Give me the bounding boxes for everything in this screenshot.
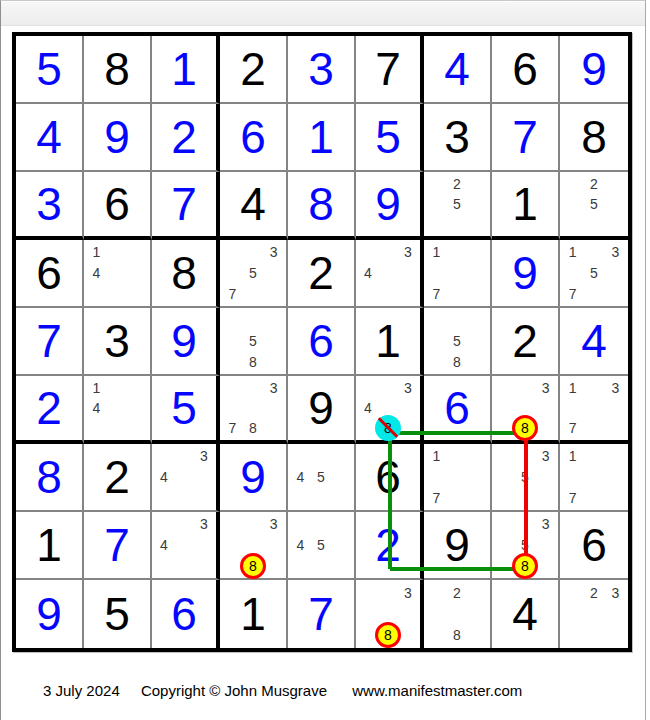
cell-r1c3[interactable]: 1 bbox=[152, 36, 220, 104]
chain-circle-8: 8 bbox=[378, 625, 398, 646]
cell-r3c4[interactable]: 4 bbox=[220, 172, 288, 240]
solved-digit: 9 bbox=[36, 591, 62, 637]
pencil-grid: 17 bbox=[426, 446, 488, 508]
solved-digit: 8 bbox=[36, 454, 62, 500]
cell-r3c6[interactable]: 9 bbox=[356, 172, 424, 240]
pencil-mark-7: 7 bbox=[222, 418, 243, 438]
footer-url: www.manifestmaster.com bbox=[352, 682, 522, 699]
given-digit: 7 bbox=[375, 46, 401, 92]
pencil-mark-8: 8 bbox=[447, 351, 468, 372]
cell-r1c6[interactable]: 7 bbox=[356, 36, 424, 104]
cell-r5c9[interactable]: 4 bbox=[560, 308, 628, 376]
pencil-mark-4: 4 bbox=[290, 535, 311, 556]
pencil-mark-4: 4 bbox=[290, 467, 311, 488]
solved-digit: 7 bbox=[512, 114, 538, 160]
cell-r4c3[interactable]: 8 bbox=[152, 240, 220, 308]
cell-r6c9[interactable]: 137 bbox=[560, 376, 628, 444]
solved-digit: 7 bbox=[308, 591, 334, 637]
pencil-mark-1: 1 bbox=[426, 446, 447, 467]
given-digit: 6 bbox=[104, 181, 130, 227]
given-digit: 5 bbox=[104, 591, 130, 637]
elimination-circle-8: 8 bbox=[378, 418, 398, 438]
pencil-mark-3: 3 bbox=[263, 514, 284, 535]
pencil-mark-3: 3 bbox=[194, 514, 214, 535]
pencil-grid: 28 bbox=[426, 582, 488, 646]
footer-date: 3 July 2024 bbox=[43, 682, 120, 699]
cell-r5c1[interactable]: 7 bbox=[16, 308, 84, 376]
cell-r6c1[interactable]: 2 bbox=[16, 376, 84, 444]
pencil-mark-2: 2 bbox=[583, 582, 604, 603]
pencil-mark-5: 5 bbox=[311, 535, 332, 556]
cell-r9c1[interactable]: 9 bbox=[16, 580, 84, 648]
given-digit: 6 bbox=[512, 46, 538, 92]
given-digit: 1 bbox=[36, 522, 62, 568]
cell-r4c9[interactable]: 1357 bbox=[560, 240, 628, 308]
pencil-grid: 38 bbox=[222, 514, 284, 576]
solved-digit: 4 bbox=[444, 46, 470, 92]
given-digit: 2 bbox=[240, 46, 266, 92]
solved-digit: 6 bbox=[240, 114, 266, 160]
given-digit: 2 bbox=[512, 318, 538, 364]
page-frame: 5812374694926153783674892512561483572341… bbox=[0, 0, 646, 720]
cell-r3c7[interactable]: 25 bbox=[424, 172, 492, 240]
pencil-mark-8: 8 bbox=[243, 351, 264, 372]
pencil-mark-3: 3 bbox=[263, 378, 284, 398]
cell-r6c5[interactable]: 9 bbox=[288, 376, 356, 444]
pencil-grid: 34 bbox=[154, 446, 214, 508]
header-bar bbox=[1, 2, 645, 26]
solved-digit: 3 bbox=[36, 181, 62, 227]
pencil-grid: 17 bbox=[426, 242, 488, 304]
chain-line-red bbox=[524, 433, 528, 569]
cell-r1c1[interactable]: 5 bbox=[16, 36, 84, 104]
cell-r5c7[interactable]: 58 bbox=[424, 308, 492, 376]
solved-digit: 6 bbox=[171, 591, 197, 637]
given-digit: 4 bbox=[240, 181, 266, 227]
pencil-mark-4: 4 bbox=[154, 535, 174, 556]
pencil-mark-1: 1 bbox=[86, 378, 107, 398]
pencil-mark-3: 3 bbox=[535, 378, 556, 398]
pencil-mark-1: 1 bbox=[562, 446, 583, 467]
solved-digit: 5 bbox=[36, 46, 62, 92]
pencil-mark-3: 3 bbox=[263, 242, 284, 263]
solved-digit: 9 bbox=[375, 181, 401, 227]
pencil-mark-1: 1 bbox=[426, 242, 447, 263]
pencil-mark-4: 4 bbox=[358, 263, 378, 284]
cell-r2c5[interactable]: 1 bbox=[288, 104, 356, 172]
cell-r2c8[interactable]: 7 bbox=[492, 104, 560, 172]
sudoku-board: 5812374694926153783674892512561483572341… bbox=[12, 32, 632, 652]
pencil-grid: 45 bbox=[290, 446, 352, 508]
cell-r8c4[interactable]: 38 bbox=[220, 512, 288, 580]
solved-digit: 4 bbox=[36, 114, 62, 160]
given-digit: 2 bbox=[308, 250, 334, 296]
cell-r1c2[interactable]: 8 bbox=[84, 36, 152, 104]
solved-digit: 9 bbox=[240, 454, 266, 500]
pencil-grid: 23 bbox=[562, 582, 626, 646]
cell-r4c1[interactable]: 6 bbox=[16, 240, 84, 308]
cell-r2c4[interactable]: 6 bbox=[220, 104, 288, 172]
pencil-mark-5: 5 bbox=[583, 194, 604, 214]
cell-r9c7[interactable]: 28 bbox=[424, 580, 492, 648]
cell-r2c3[interactable]: 2 bbox=[152, 104, 220, 172]
given-digit: 2 bbox=[104, 454, 130, 500]
footer: 3 July 2024 Copyright © John Musgrave ww… bbox=[43, 682, 522, 699]
chain-circle-8: 8 bbox=[243, 555, 264, 576]
cell-r4c2[interactable]: 14 bbox=[84, 240, 152, 308]
pencil-mark-4: 4 bbox=[86, 398, 107, 418]
pencil-grid: 14 bbox=[86, 242, 148, 304]
pencil-grid: 348 bbox=[358, 378, 418, 438]
pencil-mark-8: 8 bbox=[447, 625, 468, 646]
solved-digit: 2 bbox=[171, 114, 197, 160]
cell-r4c8[interactable]: 9 bbox=[492, 240, 560, 308]
chain-circle-8: 8 bbox=[515, 555, 536, 576]
cell-r9c8[interactable]: 4 bbox=[492, 580, 560, 648]
pencil-grid: 45 bbox=[290, 514, 352, 576]
pencil-grid: 25 bbox=[426, 174, 488, 234]
solved-digit: 3 bbox=[308, 46, 334, 92]
pencil-mark-8: 8 bbox=[243, 418, 264, 438]
solved-digit: 1 bbox=[308, 114, 334, 160]
cell-r3c5[interactable]: 8 bbox=[288, 172, 356, 240]
solved-digit: 4 bbox=[581, 318, 607, 364]
cell-r9c3[interactable]: 6 bbox=[152, 580, 220, 648]
pencil-grid: 25 bbox=[562, 174, 626, 234]
cell-r7c7[interactable]: 17 bbox=[424, 444, 492, 512]
chain-line-green bbox=[388, 433, 392, 569]
given-digit: 3 bbox=[444, 114, 470, 160]
pencil-mark-3: 3 bbox=[535, 514, 556, 535]
pencil-mark-1: 1 bbox=[562, 242, 583, 263]
pencil-mark-3: 3 bbox=[398, 242, 418, 263]
footer-copyright: Copyright © John Musgrave bbox=[141, 682, 327, 699]
solved-digit: 8 bbox=[308, 181, 334, 227]
cell-r7c1[interactable]: 8 bbox=[16, 444, 84, 512]
cell-r7c9[interactable]: 17 bbox=[560, 444, 628, 512]
cell-r5c8[interactable]: 2 bbox=[492, 308, 560, 376]
solved-digit: 2 bbox=[36, 385, 62, 431]
pencil-mark-3: 3 bbox=[605, 242, 626, 263]
given-digit: 8 bbox=[171, 250, 197, 296]
pencil-grid: 58 bbox=[222, 310, 284, 372]
pencil-mark-7: 7 bbox=[222, 283, 243, 304]
cell-r5c5[interactable]: 6 bbox=[288, 308, 356, 376]
pencil-grid: 14 bbox=[86, 378, 148, 438]
solved-digit: 9 bbox=[581, 46, 607, 92]
cell-r6c2[interactable]: 14 bbox=[84, 376, 152, 444]
pencil-grid: 34 bbox=[154, 514, 214, 576]
pencil-mark-2: 2 bbox=[583, 174, 604, 194]
cell-r2c2[interactable]: 9 bbox=[84, 104, 152, 172]
cell-r2c9[interactable]: 8 bbox=[560, 104, 628, 172]
pencil-mark-4: 4 bbox=[358, 398, 378, 418]
cell-r1c4[interactable]: 2 bbox=[220, 36, 288, 104]
cell-r5c6[interactable]: 1 bbox=[356, 308, 424, 376]
solved-digit: 7 bbox=[104, 522, 130, 568]
solved-digit: 6 bbox=[444, 385, 470, 431]
cell-r3c8[interactable]: 1 bbox=[492, 172, 560, 240]
pencil-mark-7: 7 bbox=[562, 283, 583, 304]
given-digit: 1 bbox=[240, 591, 266, 637]
cell-r7c5[interactable]: 45 bbox=[288, 444, 356, 512]
given-digit: 8 bbox=[104, 46, 130, 92]
pencil-grid: 17 bbox=[562, 446, 626, 508]
cell-r3c1[interactable]: 3 bbox=[16, 172, 84, 240]
pencil-mark-4: 4 bbox=[86, 263, 107, 284]
pencil-grid: 38 bbox=[358, 582, 418, 646]
chain-line-green bbox=[390, 431, 526, 435]
cell-r7c2[interactable]: 2 bbox=[84, 444, 152, 512]
cell-r2c1[interactable]: 4 bbox=[16, 104, 84, 172]
given-digit: 1 bbox=[512, 181, 538, 227]
pencil-grid: 1357 bbox=[562, 242, 626, 304]
cell-r3c3[interactable]: 7 bbox=[152, 172, 220, 240]
solved-digit: 9 bbox=[171, 318, 197, 364]
cell-r9c9[interactable]: 23 bbox=[560, 580, 628, 648]
cell-r6c4[interactable]: 378 bbox=[220, 376, 288, 444]
pencil-grid: 38 bbox=[494, 378, 556, 438]
pencil-mark-3: 3 bbox=[535, 446, 556, 467]
cell-r2c6[interactable]: 5 bbox=[356, 104, 424, 172]
given-digit: 9 bbox=[308, 385, 334, 431]
pencil-mark-3: 3 bbox=[605, 378, 626, 398]
solved-digit: 9 bbox=[512, 250, 538, 296]
cell-r8c5[interactable]: 45 bbox=[288, 512, 356, 580]
cell-r9c4[interactable]: 1 bbox=[220, 580, 288, 648]
cell-r7c4[interactable]: 9 bbox=[220, 444, 288, 512]
solved-digit: 5 bbox=[375, 114, 401, 160]
pencil-grid: 378 bbox=[222, 378, 284, 438]
cell-r8c3[interactable]: 34 bbox=[152, 512, 220, 580]
pencil-mark-7: 7 bbox=[426, 487, 447, 508]
cell-r1c9[interactable]: 9 bbox=[560, 36, 628, 104]
pencil-mark-3: 3 bbox=[194, 446, 214, 467]
chain-circle-8: 8 bbox=[515, 418, 536, 438]
solved-digit: 7 bbox=[171, 181, 197, 227]
pencil-mark-5: 5 bbox=[311, 467, 332, 488]
solved-digit: 5 bbox=[171, 385, 197, 431]
pencil-mark-3: 3 bbox=[605, 582, 626, 603]
cell-r5c4[interactable]: 58 bbox=[220, 308, 288, 376]
cell-r1c7[interactable]: 4 bbox=[424, 36, 492, 104]
pencil-grid: 58 bbox=[426, 310, 488, 372]
cell-r1c8[interactable]: 6 bbox=[492, 36, 560, 104]
cell-r9c5[interactable]: 7 bbox=[288, 580, 356, 648]
cell-r4c6[interactable]: 34 bbox=[356, 240, 424, 308]
solved-digit: 7 bbox=[36, 318, 62, 364]
pencil-mark-1: 1 bbox=[562, 378, 583, 398]
pencil-mark-7: 7 bbox=[562, 487, 583, 508]
pencil-mark-3: 3 bbox=[398, 378, 418, 398]
cell-r5c3[interactable]: 9 bbox=[152, 308, 220, 376]
pencil-grid: 357 bbox=[222, 242, 284, 304]
pencil-mark-7: 7 bbox=[426, 283, 447, 304]
cell-r5c2[interactable]: 3 bbox=[84, 308, 152, 376]
pencil-mark-5: 5 bbox=[243, 263, 264, 284]
pencil-mark-4: 4 bbox=[154, 467, 174, 488]
given-digit: 8 bbox=[581, 114, 607, 160]
cell-r2c7[interactable]: 3 bbox=[424, 104, 492, 172]
cell-r7c3[interactable]: 34 bbox=[152, 444, 220, 512]
cell-r4c4[interactable]: 357 bbox=[220, 240, 288, 308]
cell-r8c9[interactable]: 6 bbox=[560, 512, 628, 580]
pencil-mark-5: 5 bbox=[447, 194, 468, 214]
cell-r3c2[interactable]: 6 bbox=[84, 172, 152, 240]
pencil-mark-5: 5 bbox=[243, 331, 264, 352]
cell-r8c2[interactable]: 7 bbox=[84, 512, 152, 580]
cell-r9c2[interactable]: 5 bbox=[84, 580, 152, 648]
cell-r4c5[interactable]: 2 bbox=[288, 240, 356, 308]
pencil-mark-2: 2 bbox=[447, 174, 468, 194]
cell-r9c6[interactable]: 38 bbox=[356, 580, 424, 648]
cell-r3c9[interactable]: 25 bbox=[560, 172, 628, 240]
pencil-grid: 34 bbox=[358, 242, 418, 304]
given-digit: 6 bbox=[36, 250, 62, 296]
cell-r8c1[interactable]: 1 bbox=[16, 512, 84, 580]
given-digit: 1 bbox=[375, 318, 401, 364]
cell-r1c5[interactable]: 3 bbox=[288, 36, 356, 104]
cell-r6c3[interactable]: 5 bbox=[152, 376, 220, 444]
given-digit: 6 bbox=[581, 522, 607, 568]
solved-digit: 1 bbox=[171, 46, 197, 92]
pencil-mark-7: 7 bbox=[562, 418, 583, 438]
cell-r4c7[interactable]: 17 bbox=[424, 240, 492, 308]
pencil-mark-1: 1 bbox=[86, 242, 107, 263]
pencil-mark-3: 3 bbox=[398, 582, 418, 603]
solved-digit: 9 bbox=[104, 114, 130, 160]
given-digit: 3 bbox=[104, 318, 130, 364]
chain-line-green bbox=[390, 567, 526, 571]
pencil-mark-2: 2 bbox=[447, 582, 468, 603]
pencil-grid: 137 bbox=[562, 378, 626, 438]
pencil-mark-5: 5 bbox=[447, 331, 468, 352]
solved-digit: 6 bbox=[308, 318, 334, 364]
given-digit: 4 bbox=[512, 591, 538, 637]
given-digit: 9 bbox=[444, 522, 470, 568]
pencil-mark-5: 5 bbox=[583, 263, 604, 284]
